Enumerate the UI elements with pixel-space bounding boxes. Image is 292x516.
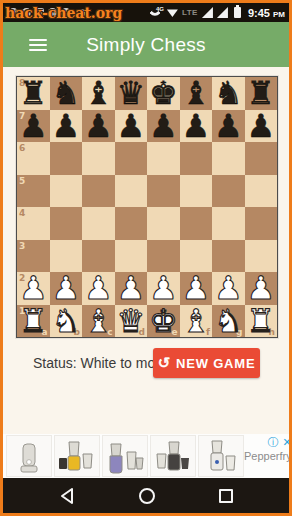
square-g8[interactable]: ♞ bbox=[212, 77, 245, 110]
ad-product-tile[interactable] bbox=[6, 435, 52, 477]
white-bishop: ♝ bbox=[180, 305, 213, 338]
square-f8[interactable]: ♝ bbox=[180, 77, 213, 110]
square-a6[interactable]: 6 bbox=[17, 142, 50, 175]
square-b7[interactable]: ♟ bbox=[50, 110, 83, 143]
square-b6[interactable] bbox=[50, 142, 83, 175]
square-h8[interactable]: ♜ bbox=[245, 77, 278, 110]
square-c8[interactable]: ♝ bbox=[82, 77, 115, 110]
black-knight: ♞ bbox=[212, 77, 245, 110]
ad-meta: ⓘ ✕ Pepperfry bbox=[244, 434, 292, 478]
square-f2[interactable]: ♟ bbox=[180, 272, 213, 305]
android-nav-bar bbox=[3, 478, 289, 513]
signal-icon bbox=[202, 7, 213, 18]
white-bishop: ♝ bbox=[82, 305, 115, 338]
square-c3[interactable] bbox=[82, 240, 115, 273]
square-f4[interactable] bbox=[180, 207, 213, 240]
rank-label: 3 bbox=[19, 241, 25, 251]
square-g3[interactable] bbox=[212, 240, 245, 273]
black-king: ♚ bbox=[147, 77, 180, 110]
square-d1[interactable]: d♛ bbox=[115, 305, 148, 338]
app-title: Simply Chess bbox=[3, 34, 289, 56]
white-pawn: ♟ bbox=[212, 272, 245, 305]
square-g2[interactable]: ♟ bbox=[212, 272, 245, 305]
square-g4[interactable] bbox=[212, 207, 245, 240]
phone-screen: H Q 4G LTE 9:45 PM hack-cheat.org Simply… bbox=[0, 0, 292, 516]
game-status: Status: White to move bbox=[33, 355, 170, 371]
square-a7[interactable]: 7♟ bbox=[17, 110, 50, 143]
lte-label: LTE bbox=[182, 8, 198, 17]
white-pawn: ♟ bbox=[82, 272, 115, 305]
white-pawn: ♟ bbox=[50, 272, 83, 305]
white-queen: ♛ bbox=[115, 305, 148, 338]
ad-product-tile[interactable] bbox=[102, 435, 148, 477]
square-f5[interactable] bbox=[180, 175, 213, 208]
square-c7[interactable]: ♟ bbox=[82, 110, 115, 143]
white-pawn: ♟ bbox=[180, 272, 213, 305]
black-pawn: ♟ bbox=[115, 110, 148, 143]
square-b3[interactable] bbox=[50, 240, 83, 273]
square-f3[interactable] bbox=[180, 240, 213, 273]
square-a4[interactable]: 4 bbox=[17, 207, 50, 240]
square-h5[interactable] bbox=[245, 175, 278, 208]
square-c1[interactable]: c♝ bbox=[82, 305, 115, 338]
black-rook: ♜ bbox=[17, 77, 50, 110]
ad-product-tile[interactable] bbox=[54, 435, 100, 477]
black-pawn: ♟ bbox=[82, 110, 115, 143]
square-e6[interactable] bbox=[147, 142, 180, 175]
back-button[interactable] bbox=[59, 487, 75, 505]
square-a5[interactable]: 5 bbox=[17, 175, 50, 208]
ad-close-icon[interactable]: ✕ bbox=[282, 437, 291, 448]
square-c6[interactable] bbox=[82, 142, 115, 175]
new-game-button[interactable]: ↺ NEW GAME bbox=[153, 348, 260, 378]
square-h6[interactable] bbox=[245, 142, 278, 175]
square-c4[interactable] bbox=[82, 207, 115, 240]
square-f1[interactable]: f♝ bbox=[180, 305, 213, 338]
ad-product-tile[interactable] bbox=[198, 435, 244, 477]
square-g7[interactable]: ♟ bbox=[212, 110, 245, 143]
square-d4[interactable] bbox=[115, 207, 148, 240]
square-e2[interactable]: ♟ bbox=[147, 272, 180, 305]
square-e4[interactable] bbox=[147, 207, 180, 240]
square-e1[interactable]: e♚ bbox=[147, 305, 180, 338]
square-g5[interactable] bbox=[212, 175, 245, 208]
mixer-image bbox=[153, 438, 193, 474]
square-f6[interactable] bbox=[180, 142, 213, 175]
square-d2[interactable]: ♟ bbox=[115, 272, 148, 305]
ad-product-tiles bbox=[3, 434, 244, 478]
square-b4[interactable] bbox=[50, 207, 83, 240]
square-g6[interactable] bbox=[212, 142, 245, 175]
square-a2[interactable]: 2♟ bbox=[17, 272, 50, 305]
white-rook: ♜ bbox=[245, 305, 278, 338]
square-e3[interactable] bbox=[147, 240, 180, 273]
square-a3[interactable]: 3 bbox=[17, 240, 50, 273]
square-c2[interactable]: ♟ bbox=[82, 272, 115, 305]
ad-advertiser[interactable]: Pepperfry bbox=[244, 450, 292, 462]
black-pawn: ♟ bbox=[212, 110, 245, 143]
square-b8[interactable]: ♞ bbox=[50, 77, 83, 110]
black-pawn: ♟ bbox=[245, 110, 278, 143]
new-game-label: NEW GAME bbox=[176, 356, 255, 371]
black-pawn: ♟ bbox=[180, 110, 213, 143]
square-d8[interactable]: ♛ bbox=[115, 77, 148, 110]
square-e8[interactable]: ♚ bbox=[147, 77, 180, 110]
status-label: Status: bbox=[33, 355, 77, 371]
black-queen: ♛ bbox=[115, 77, 148, 110]
square-d3[interactable] bbox=[115, 240, 148, 273]
square-c5[interactable] bbox=[82, 175, 115, 208]
battery-icon bbox=[234, 7, 241, 18]
square-b2[interactable]: ♟ bbox=[50, 272, 83, 305]
black-bishop: ♝ bbox=[82, 77, 115, 110]
square-e5[interactable] bbox=[147, 175, 180, 208]
wifi-icon bbox=[167, 8, 178, 17]
mixer-image bbox=[57, 438, 97, 474]
square-d7[interactable]: ♟ bbox=[115, 110, 148, 143]
rank-label: 6 bbox=[19, 143, 25, 153]
status-indicators: 4G LTE 9:45 PM bbox=[150, 7, 289, 19]
square-h1[interactable]: h♜ bbox=[245, 305, 278, 338]
white-knight: ♞ bbox=[212, 305, 245, 338]
recents-button[interactable] bbox=[219, 489, 233, 503]
square-b1[interactable]: b♞ bbox=[50, 305, 83, 338]
square-d6[interactable] bbox=[115, 142, 148, 175]
square-b5[interactable] bbox=[50, 175, 83, 208]
black-pawn: ♟ bbox=[50, 110, 83, 143]
phone-4g-icon: 4G bbox=[150, 7, 163, 19]
white-pawn: ♟ bbox=[115, 272, 148, 305]
square-h7[interactable]: ♟ bbox=[245, 110, 278, 143]
ad-banner: ⓘ ✕ Pepperfry bbox=[3, 434, 289, 478]
status-row: Status: White to move ↺ NEW GAME bbox=[3, 347, 289, 379]
square-f7[interactable]: ♟ bbox=[180, 110, 213, 143]
white-rook: ♜ bbox=[17, 305, 50, 338]
square-d5[interactable] bbox=[115, 175, 148, 208]
mixer-image bbox=[201, 438, 241, 474]
home-button[interactable] bbox=[139, 488, 155, 504]
chess-board: 8♜♞♝♛♚♝♞♜7♟♟♟♟♟♟♟♟65432♟♟♟♟♟♟♟♟1a♜b♞c♝d♛… bbox=[16, 76, 278, 338]
square-h4[interactable] bbox=[245, 207, 278, 240]
black-rook: ♜ bbox=[245, 77, 278, 110]
mixer-image bbox=[12, 438, 46, 474]
square-g1[interactable]: g♞ bbox=[212, 305, 245, 338]
ad-info-icon[interactable]: ⓘ bbox=[267, 437, 278, 448]
mixer-image bbox=[105, 438, 145, 474]
clock: 9:45 PM bbox=[248, 7, 285, 19]
watermark-text: hack-cheat.org bbox=[5, 5, 122, 21]
square-a8[interactable]: 8♜ bbox=[17, 77, 50, 110]
square-h2[interactable]: ♟ bbox=[245, 272, 278, 305]
white-pawn: ♟ bbox=[245, 272, 278, 305]
square-e7[interactable]: ♟ bbox=[147, 110, 180, 143]
square-a1[interactable]: 1a♜ bbox=[17, 305, 50, 338]
white-pawn: ♟ bbox=[147, 272, 180, 305]
black-bishop: ♝ bbox=[180, 77, 213, 110]
white-pawn: ♟ bbox=[17, 272, 50, 305]
rank-label: 4 bbox=[19, 208, 25, 218]
white-knight: ♞ bbox=[50, 305, 83, 338]
ad-product-tile[interactable] bbox=[150, 435, 196, 477]
restore-icon: ↺ bbox=[158, 354, 171, 372]
square-h3[interactable] bbox=[245, 240, 278, 273]
white-king: ♚ bbox=[147, 305, 180, 338]
black-pawn: ♟ bbox=[17, 110, 50, 143]
rank-label: 5 bbox=[19, 176, 25, 186]
app-header: Simply Chess bbox=[3, 22, 289, 67]
black-pawn: ♟ bbox=[147, 110, 180, 143]
signal-icon bbox=[217, 7, 228, 18]
black-knight: ♞ bbox=[50, 77, 83, 110]
